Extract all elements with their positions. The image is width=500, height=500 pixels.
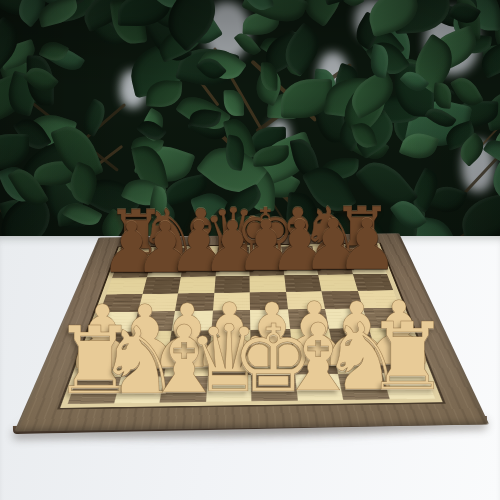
square-f5 xyxy=(286,291,325,309)
square-h4 xyxy=(362,308,407,328)
square-b1 xyxy=(114,376,164,403)
square-a7 xyxy=(112,262,150,278)
square-c8 xyxy=(183,247,217,261)
square-d8 xyxy=(216,247,249,261)
square-g1 xyxy=(338,373,389,400)
square-d5 xyxy=(213,292,250,310)
square-c1 xyxy=(159,375,207,402)
square-f6 xyxy=(284,275,322,292)
square-g4 xyxy=(325,308,368,328)
square-d6 xyxy=(214,276,250,293)
square-f2 xyxy=(292,350,338,374)
square-c3 xyxy=(168,330,211,352)
square-d2 xyxy=(207,351,250,375)
square-b3 xyxy=(127,331,172,353)
square-f1 xyxy=(294,374,343,401)
square-e7 xyxy=(249,260,284,275)
square-e8 xyxy=(249,247,282,261)
square-c2 xyxy=(164,352,209,376)
square-g3 xyxy=(329,328,375,350)
square-b5 xyxy=(138,293,179,311)
square-g7 xyxy=(315,259,352,274)
square-d4 xyxy=(211,310,250,330)
square-b7 xyxy=(146,262,183,278)
square-b6 xyxy=(142,277,181,294)
square-e1 xyxy=(251,374,297,401)
square-f8 xyxy=(281,246,315,260)
square-b4 xyxy=(132,311,175,331)
square-e5 xyxy=(250,292,288,310)
square-h2 xyxy=(374,349,424,373)
square-a1 xyxy=(68,377,121,404)
square-f3 xyxy=(290,328,334,350)
square-h5 xyxy=(357,290,400,308)
square-c5 xyxy=(175,293,214,311)
square-a2 xyxy=(77,353,127,378)
square-a6 xyxy=(106,277,146,294)
square-e6 xyxy=(249,275,285,292)
square-e3 xyxy=(250,329,292,351)
square-f7 xyxy=(282,260,318,275)
square-c7 xyxy=(181,261,217,277)
photo-scene: ♜♞♝♛♚♝♞♜♟♟♟♟♟♟♟♟♟♟♟♟♟♟♟♟♜♞♝♛♚♝♞♜ xyxy=(0,0,500,500)
square-d7 xyxy=(215,261,249,277)
square-c4 xyxy=(172,311,213,331)
square-c6 xyxy=(178,276,215,293)
square-h7 xyxy=(348,259,387,274)
square-g5 xyxy=(321,291,362,309)
square-a8 xyxy=(117,248,154,262)
square-d1 xyxy=(205,375,251,402)
board-grid xyxy=(68,245,435,404)
chess-board xyxy=(63,123,436,496)
square-a5 xyxy=(100,294,142,312)
square-g6 xyxy=(318,274,357,291)
square-g2 xyxy=(333,349,381,373)
square-e2 xyxy=(251,350,295,374)
square-d3 xyxy=(209,330,250,352)
square-e4 xyxy=(250,309,290,329)
square-h6 xyxy=(353,274,394,291)
square-f4 xyxy=(287,309,328,329)
square-h8 xyxy=(344,245,381,259)
square-a4 xyxy=(93,312,137,332)
square-b2 xyxy=(121,352,169,377)
square-h3 xyxy=(368,327,416,349)
square-g8 xyxy=(312,246,348,260)
board-frame xyxy=(14,233,489,431)
square-b8 xyxy=(150,248,185,262)
square-a3 xyxy=(85,331,132,353)
